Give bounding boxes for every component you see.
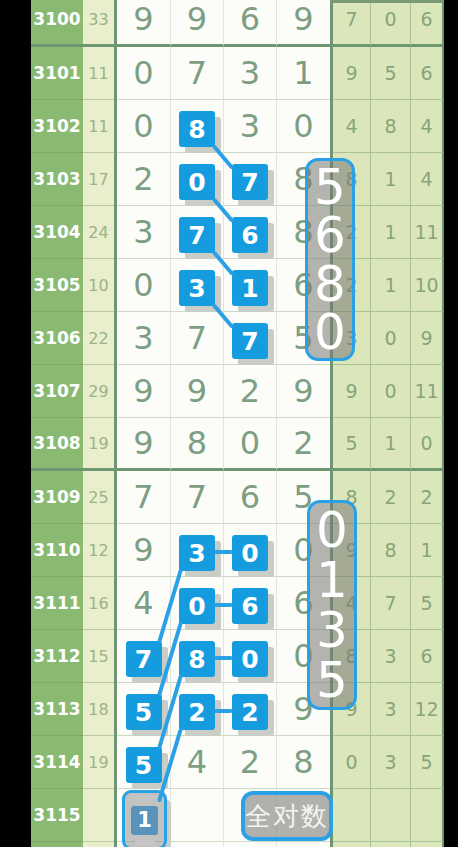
picked-digit-box[interactable]: 7 xyxy=(126,641,162,677)
stat-cell: 3 xyxy=(370,736,410,789)
picked-digit-box[interactable]: 2 xyxy=(179,694,215,730)
digit-cell[interactable]: 8 xyxy=(276,736,330,789)
sum-cell: 18 xyxy=(83,683,114,736)
period-cell: 3109 xyxy=(31,471,83,524)
stat-cell: 1 xyxy=(370,418,410,471)
sum-cell: 12 xyxy=(83,524,114,577)
picked-digit-box[interactable]: 7 xyxy=(179,217,215,253)
period-cell: 3106 xyxy=(31,312,83,365)
period-cell: 3103 xyxy=(31,153,83,206)
period-cell: 3113 xyxy=(31,683,83,736)
drag-handle-top[interactable] xyxy=(135,795,155,800)
digit-cell[interactable]: 3 xyxy=(170,259,223,312)
stat-cell: 7 xyxy=(370,577,410,630)
digit-cell[interactable]: 7 xyxy=(170,312,223,365)
digit-cell[interactable]: 3 xyxy=(170,524,223,577)
period-cell: 3108 xyxy=(31,418,83,471)
digit-cell[interactable]: 4 xyxy=(117,577,170,630)
digit-cell[interactable]: 5 xyxy=(117,683,170,736)
stat-cell: 2 xyxy=(410,471,444,524)
stat-cell: 1 xyxy=(370,153,410,206)
stat-cell: 5 xyxy=(370,47,410,100)
digit-cell[interactable] xyxy=(223,842,276,847)
selected-pick-value[interactable]: 1 xyxy=(131,806,158,835)
digit-cell[interactable]: 0 xyxy=(117,47,170,100)
stat-cell: 5 xyxy=(410,577,444,630)
stat-cell: 1 xyxy=(370,259,410,312)
selected-pick-cell[interactable]: 1 xyxy=(122,790,167,847)
period-cell xyxy=(31,842,83,847)
stat-cell: 0 xyxy=(370,0,410,47)
digit-cell[interactable]: 0 xyxy=(223,524,276,577)
picked-digit-box[interactable]: 8 xyxy=(179,641,215,677)
picked-digit-box[interactable]: 0 xyxy=(179,164,215,200)
digit-cell[interactable]: 7 xyxy=(170,471,223,524)
draw-row: 3106223775309 xyxy=(31,312,444,365)
period-cell: 3112 xyxy=(31,630,83,683)
digit-cell[interactable]: 0 xyxy=(170,577,223,630)
all-pairs-button[interactable]: 全对数 xyxy=(241,791,333,841)
picked-digit-box[interactable]: 6 xyxy=(232,588,268,624)
stat-cell: 5 xyxy=(333,418,370,471)
draw-row: 3111164066475 xyxy=(31,577,444,630)
period-cell: 3102 xyxy=(31,100,83,153)
sum-cell: 24 xyxy=(83,206,114,259)
period-cell: 3107 xyxy=(31,365,83,418)
digit-cell[interactable]: 9 xyxy=(117,365,170,418)
picked-digit-box[interactable]: 5 xyxy=(126,694,162,730)
picked-digit-box[interactable]: 7 xyxy=(232,164,268,200)
picked-digit-box[interactable]: 6 xyxy=(232,217,268,253)
picked-digit-box[interactable]: 5 xyxy=(126,747,162,783)
stat-cell: 8 xyxy=(370,100,410,153)
digit-cell[interactable]: 8 xyxy=(170,630,223,683)
trend-grid: 3100339969706310111073195631021108304843… xyxy=(31,0,444,847)
period-cell: 3100 xyxy=(31,0,83,47)
digit-cell[interactable]: 6 xyxy=(223,471,276,524)
period-cell: 3111 xyxy=(31,577,83,630)
stat-cell: 1 xyxy=(410,524,444,577)
draw-row: 3102110830484 xyxy=(31,100,444,153)
digit-cell[interactable]: 9 xyxy=(170,0,223,47)
candidate-digits-sticker[interactable]: 0135 xyxy=(307,500,357,710)
stat-cell xyxy=(410,842,444,847)
stat-cell: 9 xyxy=(333,365,370,418)
sum-cell: 10 xyxy=(83,259,114,312)
digit-cell[interactable]: 6 xyxy=(223,206,276,259)
sticker-digit: 6 xyxy=(314,211,346,259)
picked-digit-box[interactable]: 8 xyxy=(179,111,215,147)
period-cell: 3105 xyxy=(31,259,83,312)
draw-row: 3101110731956 xyxy=(31,47,444,100)
digit-cell[interactable]: 3 xyxy=(223,100,276,153)
digit-cell[interactable]: 9 xyxy=(276,0,330,47)
stat-cell: 0 xyxy=(370,365,410,418)
draw-row: 31131852299312 xyxy=(31,683,444,736)
sum-cell: 11 xyxy=(83,100,114,153)
stat-cell: 11 xyxy=(410,206,444,259)
digit-cell[interactable]: 0 xyxy=(223,418,276,471)
candidate-digits-sticker[interactable]: 5680 xyxy=(305,158,355,361)
digit-cell[interactable]: 1 xyxy=(223,259,276,312)
draw-row: 3110129300981 xyxy=(31,524,444,577)
stat-cell: 2 xyxy=(370,471,410,524)
sum-cell: 19 xyxy=(83,418,114,471)
digit-cell[interactable] xyxy=(276,842,330,847)
sticker-digit: 3 xyxy=(316,605,348,655)
digit-cell[interactable]: 5 xyxy=(117,736,170,789)
stat-cell: 0 xyxy=(333,736,370,789)
digit-cell[interactable]: 8 xyxy=(170,418,223,471)
stat-cell: 10 xyxy=(410,259,444,312)
draw-row: 3112157800836 xyxy=(31,630,444,683)
picked-digit-box[interactable]: 3 xyxy=(179,270,215,306)
draw-row: 3109257765822 xyxy=(31,471,444,524)
draw-row: 3100339969706 xyxy=(31,0,444,47)
stat-cell: 4 xyxy=(410,100,444,153)
digit-cell[interactable]: 6 xyxy=(223,577,276,630)
sum-cell xyxy=(83,789,114,842)
picked-digit-box[interactable]: 0 xyxy=(179,588,215,624)
digit-cell[interactable]: 9 xyxy=(117,524,170,577)
stat-cell xyxy=(333,842,370,847)
digit-cell[interactable]: 9 xyxy=(117,0,170,47)
sum-cell: 15 xyxy=(83,630,114,683)
stat-cell: 11 xyxy=(410,365,444,418)
digit-cell[interactable]: 2 xyxy=(223,683,276,736)
draw-row: 31051003162110 xyxy=(31,259,444,312)
period-cell: 3110 xyxy=(31,524,83,577)
sticker-digit: 0 xyxy=(314,308,346,356)
digit-cell[interactable]: 7 xyxy=(223,312,276,365)
stat-cell: 6 xyxy=(410,630,444,683)
draw-row: 3108199802510 xyxy=(31,418,444,471)
sticker-digit: 5 xyxy=(316,655,348,705)
block-separator-remnant xyxy=(330,0,444,3)
digit-cell[interactable]: 4 xyxy=(170,736,223,789)
sticker-digit: 0 xyxy=(316,505,348,555)
digit-cell[interactable] xyxy=(170,842,223,847)
sum-cell: 29 xyxy=(83,365,114,418)
digit-cell[interactable]: 9 xyxy=(170,365,223,418)
draw-row: 31072999299011 xyxy=(31,365,444,418)
draw-row: 3114195428035 xyxy=(31,736,444,789)
sum-cell: 11 xyxy=(83,47,114,100)
digit-cell[interactable]: 2 xyxy=(223,365,276,418)
stat-cell xyxy=(370,789,410,842)
stat-cell: 9 xyxy=(333,47,370,100)
digit-cell[interactable]: 3 xyxy=(117,206,170,259)
stat-cell xyxy=(333,789,370,842)
digit-cell[interactable]: 3 xyxy=(117,312,170,365)
digit-cell[interactable]: 2 xyxy=(223,736,276,789)
stat-cell: 1 xyxy=(370,206,410,259)
period-cell: 3101 xyxy=(31,47,83,100)
sum-cell: 17 xyxy=(83,153,114,206)
digit-cell[interactable]: 9 xyxy=(117,418,170,471)
digit-cell[interactable]: 6 xyxy=(223,0,276,47)
stat-cell xyxy=(370,842,410,847)
stat-cell xyxy=(410,789,444,842)
digit-cell[interactable]: 0 xyxy=(276,100,330,153)
digit-cell[interactable]: 0 xyxy=(170,153,223,206)
period-cell: 3115 xyxy=(31,789,83,842)
sticker-digit: 5 xyxy=(314,163,346,211)
draw-row xyxy=(31,842,444,847)
sum-cell: 22 xyxy=(83,312,114,365)
digit-cell[interactable]: 3 xyxy=(223,47,276,100)
digit-cell[interactable]: 7 xyxy=(223,153,276,206)
sum-cell: 19 xyxy=(83,736,114,789)
sum-cell xyxy=(83,842,114,847)
stat-cell: 6 xyxy=(410,0,444,47)
stat-cell: 4 xyxy=(333,100,370,153)
digit-cell[interactable]: 7 xyxy=(117,471,170,524)
picked-digit-box[interactable]: 7 xyxy=(232,323,268,359)
sum-cell: 25 xyxy=(83,471,114,524)
digit-cell[interactable] xyxy=(170,789,223,842)
drag-handle-bottom[interactable] xyxy=(135,840,155,845)
stat-cell: 4 xyxy=(410,153,444,206)
stat-cell: 7 xyxy=(333,0,370,47)
picked-digit-box[interactable]: 0 xyxy=(232,641,268,677)
digit-cell[interactable]: 1 xyxy=(276,47,330,100)
picked-digit-box[interactable]: 3 xyxy=(179,535,215,571)
sum-cell: 16 xyxy=(83,577,114,630)
stat-cell: 9 xyxy=(410,312,444,365)
digit-cell[interactable]: 7 xyxy=(170,47,223,100)
stat-cell: 5 xyxy=(410,736,444,789)
digit-cell[interactable]: 1 xyxy=(117,789,170,842)
stat-cell: 8 xyxy=(370,524,410,577)
period-cell: 3104 xyxy=(31,206,83,259)
digit-cell[interactable]: 7 xyxy=(170,206,223,259)
stat-cell: 0 xyxy=(370,312,410,365)
digit-cell[interactable]: 0 xyxy=(117,259,170,312)
digit-cell[interactable]: 0 xyxy=(223,630,276,683)
stat-cell: 12 xyxy=(410,683,444,736)
digit-cell[interactable]: 9 xyxy=(276,365,330,418)
stat-cell: 3 xyxy=(370,683,410,736)
digit-cell[interactable]: 2 xyxy=(117,153,170,206)
sticker-digit: 8 xyxy=(314,260,346,308)
picked-digit-box[interactable]: 1 xyxy=(232,270,268,306)
stat-cell: 6 xyxy=(410,47,444,100)
lottery-trend-chart-screen: 3100339969706310111073195631021108304843… xyxy=(0,0,458,847)
picked-digit-box[interactable]: 0 xyxy=(232,535,268,571)
digit-cell[interactable]: 0 xyxy=(117,100,170,153)
digit-cell[interactable]: 2 xyxy=(276,418,330,471)
draw-row: 31042437682111 xyxy=(31,206,444,259)
digit-cell[interactable]: 7 xyxy=(117,630,170,683)
picked-digit-box[interactable]: 2 xyxy=(232,694,268,730)
digit-cell[interactable]: 2 xyxy=(170,683,223,736)
draw-row: 3103172078814 xyxy=(31,153,444,206)
draw-row: 31151 xyxy=(31,789,444,842)
digit-cell[interactable]: 8 xyxy=(170,100,223,153)
sum-cell: 33 xyxy=(83,0,114,47)
sticker-digit: 1 xyxy=(316,555,348,605)
stat-cell: 3 xyxy=(370,630,410,683)
stat-cell: 0 xyxy=(410,418,444,471)
period-cell: 3114 xyxy=(31,736,83,789)
